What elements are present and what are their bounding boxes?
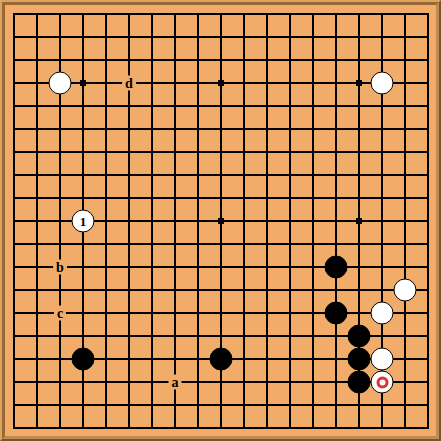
point-label-c: c <box>54 306 66 321</box>
stone-black <box>348 325 371 348</box>
go-board-diagram: 1abcd <box>0 0 441 441</box>
star-point <box>218 80 224 86</box>
circle-marker-icon <box>376 376 388 388</box>
stone-black <box>348 348 371 371</box>
stone-white <box>49 72 72 95</box>
star-point <box>356 80 362 86</box>
point-label-b: b <box>53 260 67 275</box>
stone-black <box>325 302 348 325</box>
star-point <box>356 218 362 224</box>
stone-black <box>348 371 371 394</box>
stone-black <box>210 348 233 371</box>
star-point <box>218 218 224 224</box>
stone-move-number: 1 <box>80 215 87 228</box>
stone-white: 1 <box>72 210 95 233</box>
point-label-d: d <box>122 76 136 91</box>
stone-white <box>371 348 394 371</box>
stone-white <box>371 72 394 95</box>
point-label-a: a <box>169 375 182 390</box>
star-point <box>80 80 86 86</box>
stone-white <box>394 279 417 302</box>
stone-black <box>325 256 348 279</box>
board-grid: 1abcd <box>13 13 429 429</box>
stone-white <box>371 302 394 325</box>
stone-white <box>371 371 394 394</box>
stone-black <box>72 348 95 371</box>
